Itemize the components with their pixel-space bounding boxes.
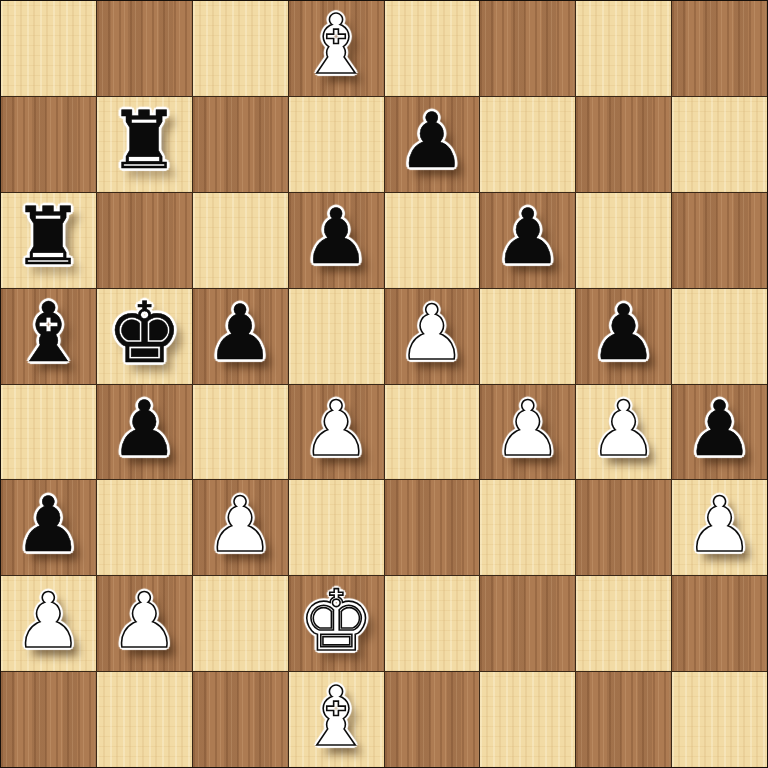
square-d1[interactable]: ♝ [289,672,384,767]
square-h7[interactable] [672,97,767,192]
white-bishop-d1[interactable]: ♝ [299,676,373,758]
white-pawn-a2[interactable]: ♟ [14,583,82,659]
square-f2[interactable] [480,576,575,671]
black-pawn-g5[interactable]: ♟ [590,295,658,371]
chess-board: ♝♜♟♜♟♟♝♚♟♟♟♟♟♟♟♟♟♟♟♟♟♚♝ [0,0,768,768]
square-b6[interactable] [97,193,192,288]
square-g1[interactable] [576,672,671,767]
white-pawn-g4[interactable]: ♟ [590,391,658,467]
square-h2[interactable] [672,576,767,671]
square-e8[interactable] [385,1,480,96]
square-e1[interactable] [385,672,480,767]
square-c4[interactable] [193,385,288,480]
square-f1[interactable] [480,672,575,767]
square-c2[interactable] [193,576,288,671]
square-h1[interactable] [672,672,767,767]
square-h5[interactable] [672,289,767,384]
square-f5[interactable] [480,289,575,384]
square-d6[interactable]: ♟ [289,193,384,288]
square-c7[interactable] [193,97,288,192]
square-e6[interactable] [385,193,480,288]
square-g8[interactable] [576,1,671,96]
square-d7[interactable] [289,97,384,192]
white-pawn-f4[interactable]: ♟ [494,391,562,467]
black-pawn-a3[interactable]: ♟ [14,487,82,563]
square-b4[interactable]: ♟ [97,385,192,480]
square-d2[interactable]: ♚ [289,576,384,671]
square-f6[interactable]: ♟ [480,193,575,288]
square-f7[interactable] [480,97,575,192]
square-e3[interactable] [385,480,480,575]
black-bishop-a5[interactable]: ♝ [12,292,86,374]
square-b5[interactable]: ♚ [97,289,192,384]
square-a8[interactable] [1,1,96,96]
square-f4[interactable]: ♟ [480,385,575,480]
white-pawn-e5[interactable]: ♟ [398,295,466,371]
black-rook-a6[interactable]: ♜ [13,197,85,277]
square-a4[interactable] [1,385,96,480]
square-e7[interactable]: ♟ [385,97,480,192]
white-pawn-b2[interactable]: ♟ [110,583,178,659]
square-a1[interactable] [1,672,96,767]
black-pawn-f6[interactable]: ♟ [494,199,562,275]
square-e4[interactable] [385,385,480,480]
square-e2[interactable] [385,576,480,671]
square-d5[interactable] [289,289,384,384]
square-b8[interactable] [97,1,192,96]
white-pawn-c3[interactable]: ♟ [206,487,274,563]
black-pawn-d6[interactable]: ♟ [302,199,370,275]
square-b1[interactable] [97,672,192,767]
white-pawn-h3[interactable]: ♟ [685,487,753,563]
square-c3[interactable]: ♟ [193,480,288,575]
square-a7[interactable] [1,97,96,192]
black-rook-b7[interactable]: ♜ [108,101,180,181]
square-g4[interactable]: ♟ [576,385,671,480]
square-h8[interactable] [672,1,767,96]
square-g5[interactable]: ♟ [576,289,671,384]
white-pawn-d4[interactable]: ♟ [302,391,370,467]
square-c6[interactable] [193,193,288,288]
square-f3[interactable] [480,480,575,575]
white-king-d2[interactable]: ♚ [298,579,373,663]
square-a2[interactable]: ♟ [1,576,96,671]
square-a6[interactable]: ♜ [1,193,96,288]
square-c8[interactable] [193,1,288,96]
square-h3[interactable]: ♟ [672,480,767,575]
square-h4[interactable]: ♟ [672,385,767,480]
black-king-b5[interactable]: ♚ [107,291,182,375]
square-h6[interactable] [672,193,767,288]
square-g7[interactable] [576,97,671,192]
square-d3[interactable] [289,480,384,575]
square-e5[interactable]: ♟ [385,289,480,384]
square-b3[interactable] [97,480,192,575]
white-bishop-d8[interactable]: ♝ [299,4,373,86]
black-pawn-e7[interactable]: ♟ [398,103,466,179]
square-g6[interactable] [576,193,671,288]
black-pawn-b4[interactable]: ♟ [110,391,178,467]
square-c1[interactable] [193,672,288,767]
square-g3[interactable] [576,480,671,575]
square-d4[interactable]: ♟ [289,385,384,480]
square-b2[interactable]: ♟ [97,576,192,671]
square-a5[interactable]: ♝ [1,289,96,384]
square-a3[interactable]: ♟ [1,480,96,575]
square-c5[interactable]: ♟ [193,289,288,384]
square-g2[interactable] [576,576,671,671]
black-pawn-h4[interactable]: ♟ [685,391,753,467]
square-d8[interactable]: ♝ [289,1,384,96]
black-pawn-c5[interactable]: ♟ [206,295,274,371]
square-f8[interactable] [480,1,575,96]
square-b7[interactable]: ♜ [97,97,192,192]
